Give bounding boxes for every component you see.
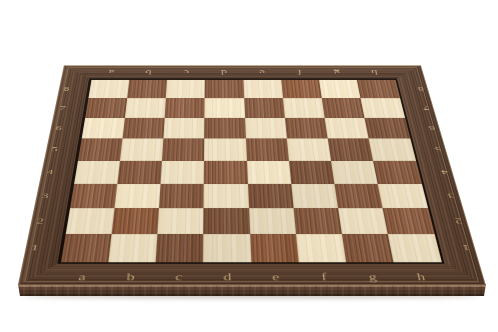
square-a3 — [69, 183, 117, 208]
square-b1 — [108, 234, 157, 262]
square-e2 — [249, 208, 296, 234]
square-g1 — [342, 234, 394, 262]
square-c4 — [161, 160, 205, 183]
square-a8 — [88, 79, 129, 98]
square-b3 — [114, 183, 160, 208]
square-h3 — [378, 183, 428, 208]
square-a1 — [60, 234, 111, 262]
square-g3 — [334, 183, 382, 208]
square-b6 — [122, 117, 164, 138]
frame-rail-bottom — [18, 263, 486, 285]
square-c1 — [156, 234, 204, 262]
square-d3 — [204, 183, 249, 208]
square-g7 — [322, 98, 365, 118]
square-h7 — [361, 98, 405, 118]
square-g2 — [338, 208, 388, 234]
square-g8 — [319, 79, 361, 98]
square-b5 — [120, 138, 164, 160]
square-c6 — [163, 117, 204, 138]
square-g5 — [328, 138, 374, 160]
square-e3 — [247, 183, 293, 208]
square-b4 — [117, 160, 162, 183]
perspective-scene: abcdefgh abcdefgh 87654321 87654321 — [0, 0, 498, 332]
square-e7 — [244, 98, 285, 118]
square-h2 — [383, 208, 434, 234]
square-h4 — [373, 160, 421, 183]
square-e8 — [243, 79, 283, 98]
square-c7 — [165, 98, 205, 118]
square-f8 — [281, 79, 322, 98]
square-e6 — [245, 117, 287, 138]
square-d8 — [205, 79, 244, 98]
playing-area-border — [57, 78, 444, 263]
square-e5 — [246, 138, 289, 160]
square-g6 — [325, 117, 369, 138]
square-d1 — [203, 234, 251, 262]
square-h8 — [357, 79, 400, 98]
square-h5 — [369, 138, 416, 160]
square-f5 — [287, 138, 331, 160]
square-h1 — [388, 234, 441, 262]
chessboard: abcdefgh abcdefgh 87654321 87654321 — [18, 65, 486, 285]
square-b2 — [111, 208, 159, 234]
square-c3 — [159, 183, 204, 208]
square-f1 — [296, 234, 346, 262]
square-d4 — [204, 160, 247, 183]
square-d7 — [205, 98, 245, 118]
square-f3 — [291, 183, 338, 208]
board-squares-grid — [60, 79, 441, 261]
square-a7 — [85, 98, 127, 118]
square-f2 — [293, 208, 342, 234]
square-e4 — [247, 160, 291, 183]
square-a4 — [74, 160, 120, 183]
square-h6 — [365, 117, 410, 138]
square-g4 — [331, 160, 378, 183]
square-f7 — [283, 98, 325, 118]
square-d2 — [204, 208, 250, 234]
square-c2 — [157, 208, 203, 234]
square-b7 — [125, 98, 166, 118]
chessboard-product-photo: abcdefgh abcdefgh 87654321 87654321 — [0, 0, 498, 332]
square-a2 — [65, 208, 114, 234]
square-e1 — [250, 234, 299, 262]
square-a6 — [81, 117, 124, 138]
square-f4 — [289, 160, 335, 183]
square-c8 — [166, 79, 205, 98]
square-c5 — [162, 138, 204, 160]
frame-rail-top — [61, 65, 425, 78]
square-a5 — [78, 138, 123, 160]
square-d5 — [204, 138, 246, 160]
square-f6 — [285, 117, 328, 138]
square-d6 — [204, 117, 245, 138]
square-b8 — [127, 79, 167, 98]
